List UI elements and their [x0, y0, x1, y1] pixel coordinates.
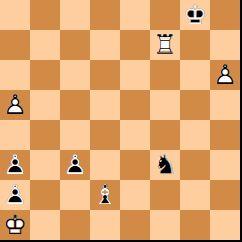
piece-black-pawn[interactable]: ♟♙: [0, 180, 30, 210]
black-pawn-glyph-fill: ♟: [0, 150, 30, 180]
chess-app-window: ♚♔♜♖♟♙♟♙♟♙♟♙♞♘♟♙♝♗♚♔: [0, 0, 242, 242]
square-h8[interactable]: [210, 0, 240, 30]
square-h4[interactable]: [210, 120, 240, 150]
black-pawn-glyph-outline: ♙: [0, 150, 30, 180]
square-d3[interactable]: [90, 150, 120, 180]
white-king-glyph-fill: ♚: [0, 210, 30, 240]
square-d7[interactable]: [90, 30, 120, 60]
square-f2[interactable]: [150, 180, 180, 210]
white-rook-glyph-fill: ♜: [150, 30, 180, 60]
square-b6[interactable]: [30, 60, 60, 90]
black-pawn-glyph-fill: ♟: [0, 180, 30, 210]
piece-white-rook[interactable]: ♜♖: [150, 30, 180, 60]
square-d6[interactable]: [90, 60, 120, 90]
square-c4[interactable]: [60, 120, 90, 150]
white-pawn-glyph-outline: ♙: [0, 90, 30, 120]
square-e5[interactable]: [120, 90, 150, 120]
piece-white-pawn[interactable]: ♟♙: [210, 60, 240, 90]
white-pawn-glyph-outline: ♙: [210, 60, 240, 90]
piece-black-pawn[interactable]: ♟♙: [60, 150, 90, 180]
square-c7[interactable]: [60, 30, 90, 60]
square-f7[interactable]: ♜♖: [150, 30, 180, 60]
black-pawn-glyph-outline: ♙: [0, 180, 30, 210]
square-h5[interactable]: [210, 90, 240, 120]
square-b3[interactable]: [30, 150, 60, 180]
square-d8[interactable]: [90, 0, 120, 30]
square-f8[interactable]: [150, 0, 180, 30]
square-a4[interactable]: [0, 120, 30, 150]
square-f5[interactable]: [150, 90, 180, 120]
square-f3[interactable]: ♞♘: [150, 150, 180, 180]
black-bishop-glyph-outline: ♗: [90, 180, 120, 210]
square-h1[interactable]: [210, 210, 240, 240]
square-e3[interactable]: [120, 150, 150, 180]
square-a6[interactable]: [0, 60, 30, 90]
square-e6[interactable]: [120, 60, 150, 90]
square-c8[interactable]: [60, 0, 90, 30]
square-h7[interactable]: [210, 30, 240, 60]
white-king-glyph-outline: ♔: [0, 210, 30, 240]
black-bishop-glyph-fill: ♝: [90, 180, 120, 210]
square-g3[interactable]: [180, 150, 210, 180]
piece-white-pawn[interactable]: ♟♙: [0, 90, 30, 120]
square-g4[interactable]: [180, 120, 210, 150]
black-pawn-glyph-fill: ♟: [60, 150, 90, 180]
square-b1[interactable]: [30, 210, 60, 240]
white-pawn-glyph-fill: ♟: [210, 60, 240, 90]
square-g8[interactable]: ♚♔: [180, 0, 210, 30]
square-c3[interactable]: ♟♙: [60, 150, 90, 180]
square-e4[interactable]: [120, 120, 150, 150]
square-f6[interactable]: [150, 60, 180, 90]
square-d1[interactable]: [90, 210, 120, 240]
square-c5[interactable]: [60, 90, 90, 120]
piece-white-king[interactable]: ♚♔: [0, 210, 30, 240]
square-e8[interactable]: [120, 0, 150, 30]
square-g2[interactable]: [180, 180, 210, 210]
square-d4[interactable]: [90, 120, 120, 150]
piece-black-bishop[interactable]: ♝♗: [90, 180, 120, 210]
square-b5[interactable]: [30, 90, 60, 120]
square-a1[interactable]: ♚♔: [0, 210, 30, 240]
square-h2[interactable]: [210, 180, 240, 210]
square-f1[interactable]: [150, 210, 180, 240]
square-a7[interactable]: [0, 30, 30, 60]
square-g7[interactable]: [180, 30, 210, 60]
square-d2[interactable]: ♝♗: [90, 180, 120, 210]
square-c1[interactable]: [60, 210, 90, 240]
black-pawn-glyph-outline: ♙: [60, 150, 90, 180]
white-rook-glyph-outline: ♖: [150, 30, 180, 60]
square-a2[interactable]: ♟♙: [0, 180, 30, 210]
square-g6[interactable]: [180, 60, 210, 90]
square-b7[interactable]: [30, 30, 60, 60]
white-pawn-glyph-fill: ♟: [0, 90, 30, 120]
square-b2[interactable]: [30, 180, 60, 210]
square-e7[interactable]: [120, 30, 150, 60]
square-e2[interactable]: [120, 180, 150, 210]
square-g1[interactable]: [180, 210, 210, 240]
square-d5[interactable]: [90, 90, 120, 120]
square-h6[interactable]: ♟♙: [210, 60, 240, 90]
black-king-glyph-outline: ♔: [180, 0, 210, 30]
black-knight-glyph-fill: ♞: [150, 150, 180, 180]
square-e1[interactable]: [120, 210, 150, 240]
square-a5[interactable]: ♟♙: [0, 90, 30, 120]
black-knight-glyph-outline: ♘: [150, 150, 180, 180]
square-b4[interactable]: [30, 120, 60, 150]
square-a3[interactable]: ♟♙: [0, 150, 30, 180]
chess-board: ♚♔♜♖♟♙♟♙♟♙♟♙♞♘♟♙♝♗♚♔: [0, 0, 240, 240]
square-c6[interactable]: [60, 60, 90, 90]
piece-black-king[interactable]: ♚♔: [180, 0, 210, 30]
square-h3[interactable]: [210, 150, 240, 180]
square-g5[interactable]: [180, 90, 210, 120]
piece-black-knight[interactable]: ♞♘: [150, 150, 180, 180]
piece-black-pawn[interactable]: ♟♙: [0, 150, 30, 180]
black-king-glyph-fill: ♚: [180, 0, 210, 30]
square-f4[interactable]: [150, 120, 180, 150]
square-c2[interactable]: [60, 180, 90, 210]
square-a8[interactable]: [0, 0, 30, 30]
square-b8[interactable]: [30, 0, 60, 30]
